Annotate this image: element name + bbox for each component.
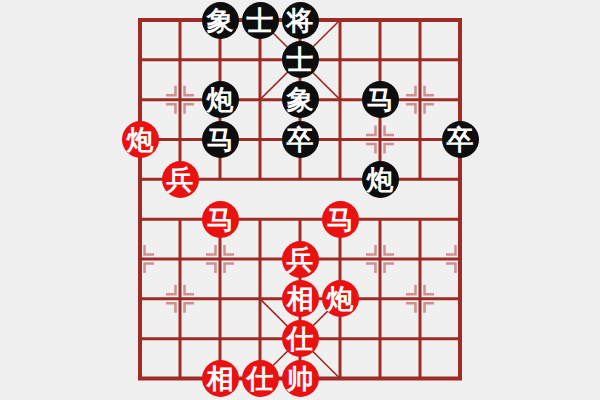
piece-black-advisor[interactable]: 士 (282, 41, 319, 78)
piece-black-advisor[interactable]: 士 (242, 2, 279, 39)
xiangqi-board-diagram: 象士将士炮象马马卒卒炮炮兵马马兵相炮仕相仕帅 (0, 0, 600, 400)
piece-glyph: 卒 (287, 126, 314, 153)
piece-black-soldier[interactable]: 卒 (442, 121, 479, 158)
piece-black-soldier[interactable]: 卒 (282, 121, 319, 158)
piece-black-horse[interactable]: 马 (362, 81, 399, 118)
piece-glyph: 马 (207, 126, 234, 153)
pieces-layer: 象士将士炮象马马卒卒炮炮兵马马兵相炮仕相仕帅 (0, 0, 600, 400)
piece-red-elephant[interactable]: 相 (202, 360, 239, 397)
piece-glyph: 士 (287, 46, 314, 73)
piece-red-advisor[interactable]: 仕 (282, 320, 319, 357)
piece-red-horse[interactable]: 马 (202, 201, 239, 238)
piece-glyph: 兵 (287, 246, 314, 273)
piece-glyph: 相 (207, 365, 234, 392)
piece-red-cannon[interactable]: 炮 (322, 280, 359, 317)
piece-black-elephant[interactable]: 象 (202, 2, 239, 39)
piece-glyph: 象 (207, 7, 234, 34)
piece-glyph: 马 (207, 206, 234, 233)
piece-black-cannon[interactable]: 炮 (202, 81, 239, 118)
piece-glyph: 卒 (447, 126, 474, 153)
piece-glyph: 士 (247, 7, 274, 34)
piece-glyph: 兵 (167, 166, 194, 193)
piece-red-advisor[interactable]: 仕 (242, 360, 279, 397)
piece-black-horse[interactable]: 马 (202, 121, 239, 158)
piece-red-horse[interactable]: 马 (322, 201, 359, 238)
piece-glyph: 将 (287, 7, 314, 34)
piece-glyph: 炮 (327, 285, 354, 312)
piece-red-soldier[interactable]: 兵 (282, 241, 319, 278)
piece-red-cannon[interactable]: 炮 (122, 121, 159, 158)
piece-glyph: 仕 (287, 325, 314, 352)
piece-red-soldier[interactable]: 兵 (162, 161, 199, 198)
piece-glyph: 马 (327, 206, 354, 233)
piece-glyph: 象 (287, 86, 314, 113)
piece-glyph: 相 (287, 285, 314, 312)
piece-black-elephant[interactable]: 象 (282, 81, 319, 118)
piece-red-general[interactable]: 帅 (282, 360, 319, 397)
piece-glyph: 马 (367, 86, 394, 113)
piece-glyph: 炮 (127, 126, 154, 153)
piece-black-cannon[interactable]: 炮 (362, 161, 399, 198)
piece-glyph: 炮 (207, 86, 234, 113)
piece-glyph: 炮 (367, 166, 394, 193)
piece-glyph: 帅 (287, 365, 314, 392)
piece-black-general[interactable]: 将 (282, 2, 319, 39)
piece-red-elephant[interactable]: 相 (282, 280, 319, 317)
piece-glyph: 仕 (247, 365, 274, 392)
